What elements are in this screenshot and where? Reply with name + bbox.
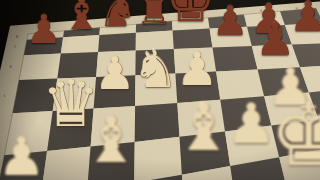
piece-black-pawn: ♟: [212, 1, 249, 42]
piece-white-bishop: ♝: [83, 109, 140, 173]
piece-black-king: ♚: [166, 0, 215, 30]
piece-white-pawn: ♟: [176, 45, 218, 92]
piece-black-bishop: ♝: [62, 0, 102, 37]
piece-white-pawn: ♟: [95, 51, 136, 97]
piece-white-pawn: ♟: [226, 96, 276, 152]
pieces-layer: ♝♞♜♚♟♟♟♟♟♟♞♟♛♟♟♝♝♟♚: [0, 0, 320, 180]
piece-black-pawn: ♟: [26, 11, 61, 50]
piece-white-pawn: ♟: [0, 130, 45, 180]
piece-white-king: ♚: [270, 92, 320, 178]
piece-white-knight: ♞: [133, 43, 179, 95]
photo-stage: abcdefgh87654321 ♝♞♜♚♟♟♟♟♟♟♞♟♛♟♟♝♝♟♚: [0, 0, 320, 180]
piece-black-pawn: ♟: [255, 17, 295, 61]
piece-white-bishop: ♝: [175, 95, 233, 160]
piece-black-knight: ♞: [99, 0, 137, 33]
